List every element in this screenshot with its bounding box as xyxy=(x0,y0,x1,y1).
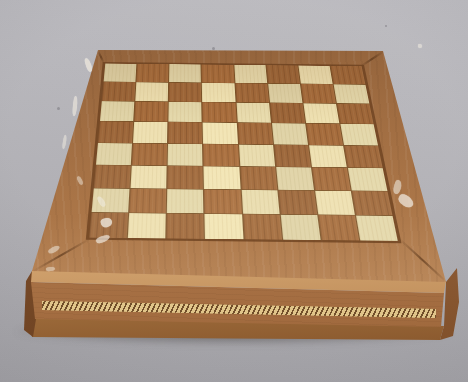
square-c8 xyxy=(169,64,201,82)
square-f7 xyxy=(267,83,301,102)
square-f4 xyxy=(273,144,310,166)
square-b1 xyxy=(127,213,165,238)
square-g7 xyxy=(300,84,335,103)
square-a7 xyxy=(101,82,135,101)
square-c1 xyxy=(166,213,204,238)
square-c5 xyxy=(168,122,202,143)
dust-speck xyxy=(212,47,215,50)
square-f8 xyxy=(266,65,300,83)
square-f2 xyxy=(278,190,317,214)
square-b8 xyxy=(136,63,168,81)
square-c3 xyxy=(167,165,203,188)
scuff-mark xyxy=(418,44,422,48)
chess-board xyxy=(89,63,397,240)
square-b2 xyxy=(129,188,166,212)
square-e1 xyxy=(242,214,281,239)
square-b4 xyxy=(131,143,166,165)
square-f5 xyxy=(271,123,307,144)
square-e8 xyxy=(233,64,266,82)
square-e2 xyxy=(241,189,279,213)
square-g5 xyxy=(305,123,342,144)
square-e3 xyxy=(239,166,276,189)
square-c7 xyxy=(168,82,201,101)
square-h1 xyxy=(355,215,397,240)
square-a6 xyxy=(99,101,133,121)
square-d6 xyxy=(202,102,236,122)
square-h8 xyxy=(330,65,365,83)
square-e6 xyxy=(236,102,270,122)
square-d5 xyxy=(202,122,237,143)
square-f1 xyxy=(280,214,320,239)
dust-speck xyxy=(385,25,387,27)
square-g4 xyxy=(308,145,346,167)
square-d8 xyxy=(201,64,233,82)
square-h6 xyxy=(336,103,373,123)
square-h5 xyxy=(340,124,378,145)
square-d2 xyxy=(204,189,241,213)
square-g8 xyxy=(298,65,332,83)
square-h3 xyxy=(347,167,387,190)
square-a4 xyxy=(95,142,131,164)
square-g3 xyxy=(311,167,350,190)
square-b3 xyxy=(130,165,166,188)
square-a3 xyxy=(93,165,130,188)
square-a5 xyxy=(98,121,133,142)
square-a8 xyxy=(103,63,136,81)
square-h7 xyxy=(333,84,369,103)
square-c2 xyxy=(167,189,204,213)
square-e4 xyxy=(238,144,274,166)
square-h2 xyxy=(351,190,392,214)
dust-speck xyxy=(57,107,60,110)
board-grid xyxy=(89,63,397,240)
square-d7 xyxy=(202,83,235,102)
photo-stage xyxy=(0,0,468,382)
square-b6 xyxy=(134,101,168,121)
square-f3 xyxy=(275,166,313,189)
square-d4 xyxy=(203,143,238,165)
square-g6 xyxy=(303,103,339,123)
square-g1 xyxy=(318,215,359,240)
square-e5 xyxy=(237,123,272,144)
square-g2 xyxy=(314,190,354,214)
square-c6 xyxy=(168,102,201,122)
square-b5 xyxy=(133,122,167,143)
square-d3 xyxy=(203,166,239,189)
square-h4 xyxy=(343,145,382,167)
square-d1 xyxy=(204,213,242,238)
square-c4 xyxy=(167,143,202,165)
square-e7 xyxy=(234,83,268,102)
square-b7 xyxy=(135,82,168,101)
square-f6 xyxy=(269,103,304,123)
